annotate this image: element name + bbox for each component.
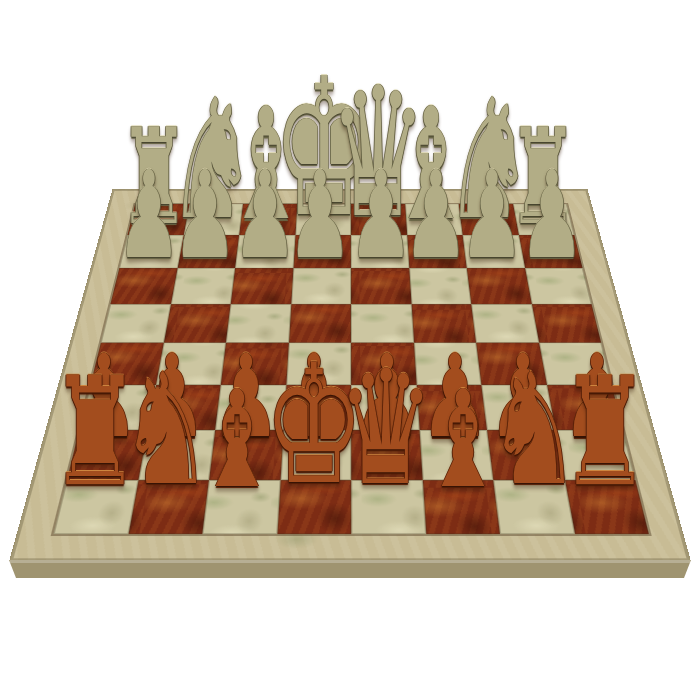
square-b7 [177, 235, 239, 268]
square-h6 [525, 268, 592, 304]
square-a7 [119, 235, 183, 268]
square-e2 [351, 430, 422, 480]
square-d1 [277, 480, 351, 534]
square-h5 [531, 304, 601, 343]
square-c2 [209, 430, 283, 480]
square-e5 [351, 304, 414, 343]
square-e8 [351, 204, 407, 235]
square-d5 [288, 304, 351, 343]
square-g2 [487, 430, 564, 480]
square-g6 [467, 268, 532, 304]
square-d7 [293, 235, 351, 268]
square-d4 [286, 343, 351, 385]
square-f6 [409, 268, 471, 304]
square-a6 [110, 268, 177, 304]
square-f7 [407, 235, 467, 268]
square-c7 [235, 235, 295, 268]
square-d2 [280, 430, 351, 480]
square-f3 [416, 385, 487, 431]
square-g3 [481, 385, 555, 431]
square-a5 [101, 304, 171, 343]
square-a4 [90, 343, 163, 385]
square-b5 [163, 304, 230, 343]
square-h1 [564, 480, 649, 534]
square-h7 [518, 235, 582, 268]
square-c3 [215, 385, 286, 431]
square-a8 [127, 204, 189, 235]
product-photo: ♜♞♝♚♛♝♞♜♟♟♟♟♟♟♟♟♟♟♟♟♟♟♟♟♜♞♝♚♛♝♞♜ [0, 0, 700, 700]
square-a3 [79, 385, 155, 431]
square-a2 [67, 430, 147, 480]
square-g7 [463, 235, 525, 268]
square-b6 [171, 268, 236, 304]
chess-board [9, 189, 691, 561]
square-f1 [422, 480, 500, 534]
square-c6 [231, 268, 293, 304]
square-g5 [471, 304, 538, 343]
square-e1 [351, 480, 425, 534]
square-d6 [291, 268, 351, 304]
square-b3 [147, 385, 221, 431]
square-e4 [351, 343, 416, 385]
square-f8 [405, 204, 463, 235]
board-grid [53, 204, 648, 534]
square-b4 [156, 343, 226, 385]
square-g8 [459, 204, 519, 235]
square-f2 [419, 430, 493, 480]
square-d3 [283, 385, 351, 431]
square-c8 [239, 204, 297, 235]
square-b8 [183, 204, 243, 235]
square-g4 [476, 343, 546, 385]
square-a1 [53, 480, 137, 534]
square-f5 [411, 304, 476, 343]
square-h8 [513, 204, 575, 235]
square-b1 [128, 480, 209, 534]
square-h4 [539, 343, 612, 385]
square-e3 [351, 385, 419, 431]
square-f4 [414, 343, 482, 385]
square-b2 [138, 430, 215, 480]
square-d8 [295, 204, 351, 235]
square-e6 [351, 268, 411, 304]
square-c1 [202, 480, 280, 534]
square-c5 [226, 304, 291, 343]
square-h3 [546, 385, 622, 431]
scene: ♜♞♝♚♛♝♞♜♟♟♟♟♟♟♟♟♟♟♟♟♟♟♟♟♜♞♝♚♛♝♞♜ [0, 0, 700, 700]
square-e7 [351, 235, 409, 268]
square-g1 [493, 480, 574, 534]
square-c4 [221, 343, 289, 385]
square-h2 [555, 430, 635, 480]
